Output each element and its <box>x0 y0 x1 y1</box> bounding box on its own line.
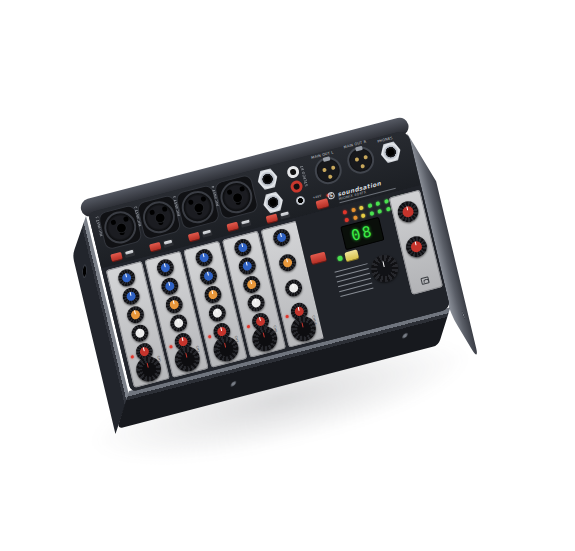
knob-cap <box>295 320 312 337</box>
knob-cap <box>401 205 415 219</box>
side-port-hole <box>82 262 88 281</box>
knob-cap <box>198 252 209 264</box>
xlr-pin <box>331 165 336 170</box>
eq-low-knob <box>125 304 145 325</box>
xlr-pin-hole <box>227 189 233 195</box>
knob-cap <box>250 297 261 309</box>
xlr-pin-hole <box>110 219 116 225</box>
channel-label: CH3 <box>234 335 239 342</box>
fx-send-knob <box>130 323 150 344</box>
mini-jack <box>295 195 306 206</box>
meter-led <box>344 218 349 223</box>
knob-cap <box>179 351 196 368</box>
gain-knob <box>116 267 136 288</box>
peak-led <box>247 325 251 329</box>
jack-center-hole <box>193 202 205 214</box>
channel-label: CH2 <box>195 345 200 352</box>
channel3-switch <box>201 228 212 237</box>
knob-cap <box>125 290 136 302</box>
xlr-pin <box>363 155 368 160</box>
eq-low-knob <box>277 252 297 273</box>
meter-led <box>351 208 356 213</box>
channel-label: CH4 <box>272 325 277 332</box>
peak-led <box>130 355 134 359</box>
meter-led <box>377 209 382 214</box>
jack-center-hole <box>232 192 244 204</box>
screw-icon <box>230 380 238 387</box>
screw-icon <box>401 332 409 339</box>
channel2-switch <box>163 239 174 248</box>
yellow-button <box>344 249 359 261</box>
knob-cap <box>376 259 394 277</box>
knob-cap <box>173 317 184 329</box>
program-knob <box>368 252 400 285</box>
xlr-pin-hole <box>200 196 206 202</box>
xlr-pin-hole <box>123 216 129 222</box>
eq-low-knob <box>164 294 184 315</box>
xlr-latch <box>355 146 363 152</box>
xlr-pin <box>328 174 333 179</box>
fx-send-knob <box>168 313 188 334</box>
knob-cap <box>256 330 273 347</box>
meter-led <box>353 215 358 220</box>
eq-hi-knob <box>121 286 141 307</box>
brand-s-icon: S <box>327 191 335 200</box>
knob-cap <box>246 279 257 291</box>
knob-cap <box>203 270 214 282</box>
peak-led <box>169 345 173 349</box>
rca-jack-white <box>286 165 300 180</box>
xlr-pin <box>322 168 327 173</box>
xlr-pin <box>355 157 360 162</box>
knob-cap <box>121 272 132 284</box>
headphones-icon <box>420 276 429 285</box>
channel56-switch <box>279 210 290 219</box>
channel4-red-button <box>226 222 238 232</box>
channel1-red-button <box>110 252 122 262</box>
xlr-pin-hole <box>239 186 245 192</box>
channel4-switch <box>240 218 251 227</box>
channel1-switch <box>124 249 135 258</box>
gain-knob <box>194 247 214 268</box>
meter-led <box>369 211 374 216</box>
eq-hi-knob <box>198 266 218 287</box>
knob-cap <box>207 289 218 301</box>
gain-knob <box>271 227 291 248</box>
xlr-pin-hole <box>149 209 155 215</box>
knob-cap <box>130 309 141 321</box>
knob-cap <box>134 327 145 339</box>
channel-label: CH5/6 <box>311 315 317 326</box>
xlr-pin-hole <box>162 206 168 212</box>
knob-cap <box>164 280 175 292</box>
knob-cap <box>169 299 180 311</box>
meter-led <box>361 213 366 218</box>
knob-cap <box>160 262 171 274</box>
knob-cap <box>276 232 287 244</box>
xlr-main-out-left <box>312 154 344 187</box>
meter-led <box>386 207 391 212</box>
fx-send-knob <box>207 303 227 324</box>
power-led <box>337 255 343 261</box>
rca-jack-red <box>289 179 303 194</box>
xlr-main-out-right <box>344 144 376 177</box>
jack-center-hole <box>115 222 127 234</box>
phones-jack <box>378 139 403 165</box>
meter-led <box>359 205 364 210</box>
xlr-pin-hole <box>188 199 194 205</box>
eq-low-knob <box>241 274 261 295</box>
channel3-red-button <box>188 232 200 242</box>
knob-cap <box>237 242 248 254</box>
meter-led <box>384 199 389 204</box>
meter-led <box>375 201 380 206</box>
meter-led <box>367 203 372 208</box>
peak-led <box>285 315 289 319</box>
phones-knob <box>404 234 429 260</box>
peak-led <box>208 335 212 339</box>
knob-cap <box>140 361 157 378</box>
channel-label: CH1 <box>156 355 161 362</box>
line-input-jack-5 <box>255 166 280 192</box>
master-red-button <box>310 252 327 265</box>
combo-xlr-input-4 <box>214 174 260 221</box>
gain-knob <box>233 237 253 258</box>
eq-hi-knob <box>160 276 180 297</box>
channel2-red-button <box>149 242 161 252</box>
product-photo-mixer: MIC/INST 1 MIC/INST 2 MIC/INST 3 MIC/INS… <box>0 0 575 551</box>
fx-send-knob <box>283 278 303 299</box>
screw-icon <box>461 310 466 321</box>
main-out-knob <box>395 199 420 225</box>
eq-low-knob <box>203 284 223 305</box>
fx-send-knob <box>246 293 266 314</box>
knob-cap <box>282 257 293 269</box>
knob-cap <box>212 307 223 319</box>
eq-hi-knob <box>237 256 257 277</box>
jack-center-hole <box>154 212 166 224</box>
gain-knob <box>155 257 175 278</box>
knob-cap <box>242 260 253 272</box>
meter-led <box>343 210 348 215</box>
knob-cap <box>409 240 423 254</box>
knob-cap <box>218 340 235 357</box>
knob-cap <box>288 282 299 294</box>
xlr-latch <box>323 156 331 162</box>
xlr-pin <box>360 164 365 169</box>
